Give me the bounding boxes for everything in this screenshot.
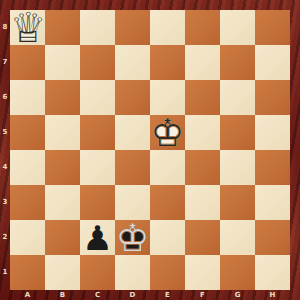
square-e8 — [150, 10, 185, 45]
square-d7 — [115, 45, 150, 80]
square-c5 — [80, 115, 115, 150]
square-b4 — [45, 150, 80, 185]
square-d2: ♚♔ — [115, 220, 150, 255]
square-b1 — [45, 255, 80, 290]
black-pawn: ♟ — [80, 220, 115, 255]
file-label-c: C — [80, 290, 115, 300]
square-a8: ♛♕ — [10, 10, 45, 45]
square-b6 — [45, 80, 80, 115]
file-label-d: D — [115, 290, 150, 300]
rank-label-4: 4 — [0, 150, 10, 185]
square-f3 — [185, 185, 220, 220]
square-f6 — [185, 80, 220, 115]
square-f5 — [185, 115, 220, 150]
rank-label-7: 7 — [0, 45, 10, 80]
file-label-g: G — [220, 290, 255, 300]
square-c6 — [80, 80, 115, 115]
square-e4 — [150, 150, 185, 185]
file-label-h: H — [255, 290, 290, 300]
square-f1 — [185, 255, 220, 290]
rank-label-5: 5 — [0, 115, 10, 150]
square-e2 — [150, 220, 185, 255]
square-c1 — [80, 255, 115, 290]
square-a4 — [10, 150, 45, 185]
square-a1 — [10, 255, 45, 290]
square-g2 — [220, 220, 255, 255]
square-f4 — [185, 150, 220, 185]
square-h6 — [255, 80, 290, 115]
rank-label-3: 3 — [0, 185, 10, 220]
square-c7 — [80, 45, 115, 80]
square-f8 — [185, 10, 220, 45]
square-c2: ♟ — [80, 220, 115, 255]
file-label-a: A — [10, 290, 45, 300]
square-b8 — [45, 10, 80, 45]
square-h3 — [255, 185, 290, 220]
white-king: ♚♔ — [150, 115, 185, 150]
square-b3 — [45, 185, 80, 220]
square-c4 — [80, 150, 115, 185]
square-e1 — [150, 255, 185, 290]
square-g4 — [220, 150, 255, 185]
square-d4 — [115, 150, 150, 185]
square-g8 — [220, 10, 255, 45]
square-h4 — [255, 150, 290, 185]
white-queen: ♛♕ — [10, 10, 45, 45]
square-a3 — [10, 185, 45, 220]
rank-label-8: 8 — [0, 10, 10, 45]
square-a7 — [10, 45, 45, 80]
square-g1 — [220, 255, 255, 290]
square-d5 — [115, 115, 150, 150]
square-f7 — [185, 45, 220, 80]
square-a5 — [10, 115, 45, 150]
rank-label-2: 2 — [0, 220, 10, 255]
square-d1 — [115, 255, 150, 290]
square-c8 — [80, 10, 115, 45]
square-f2 — [185, 220, 220, 255]
square-a2 — [10, 220, 45, 255]
square-c3 — [80, 185, 115, 220]
square-h2 — [255, 220, 290, 255]
square-d8 — [115, 10, 150, 45]
chess-board: ♛♕♚♔♟♚♔ — [10, 10, 290, 290]
square-h8 — [255, 10, 290, 45]
square-h1 — [255, 255, 290, 290]
square-g7 — [220, 45, 255, 80]
file-label-b: B — [45, 290, 80, 300]
square-b7 — [45, 45, 80, 80]
square-g3 — [220, 185, 255, 220]
square-e7 — [150, 45, 185, 80]
square-e3 — [150, 185, 185, 220]
square-h5 — [255, 115, 290, 150]
square-a6 — [10, 80, 45, 115]
square-d6 — [115, 80, 150, 115]
square-g5 — [220, 115, 255, 150]
file-label-f: F — [185, 290, 220, 300]
square-g6 — [220, 80, 255, 115]
square-e5: ♚♔ — [150, 115, 185, 150]
chess-board-frame: ♛♕♚♔♟♚♔ 87654321 ABCDEFGH — [0, 0, 300, 300]
square-b2 — [45, 220, 80, 255]
square-h7 — [255, 45, 290, 80]
rank-label-6: 6 — [0, 80, 10, 115]
square-b5 — [45, 115, 80, 150]
rank-label-1: 1 — [0, 255, 10, 290]
file-label-e: E — [150, 290, 185, 300]
black-king: ♚♔ — [115, 220, 150, 255]
